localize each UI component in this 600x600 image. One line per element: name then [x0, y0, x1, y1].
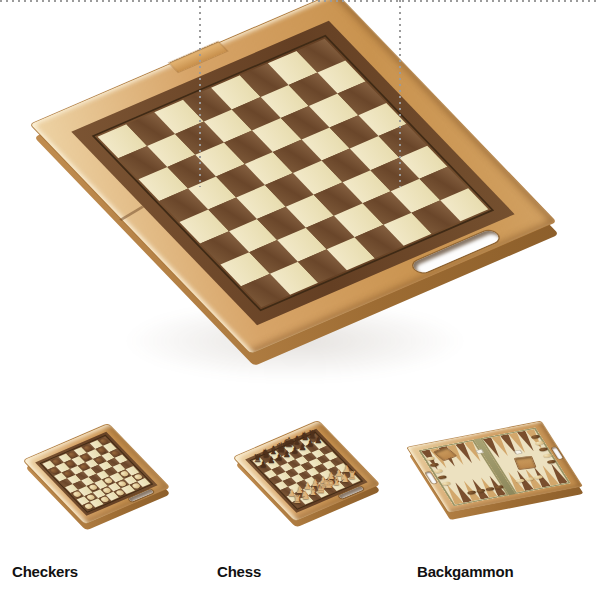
thumbnail-label-chess: Chess — [217, 563, 261, 580]
chess-piece-black-p: ♟ — [291, 446, 299, 455]
chess-piece-black-p: ♟ — [267, 457, 275, 466]
thumbnail-chess[interactable]: ♜♞♝♛♚♝♞♜♟♟♟♟♟♟♟♟♟♟♟♟♟♟♟♟♜♞♝♛♚♝♞♜ Chess — [200, 405, 399, 600]
horizontal-divider — [0, 0, 600, 2]
product-image-page: Checkers ♜♞♝♛♚♝♞♜♟♟♟♟♟♟♟♟♟♟♟♟♟♟♟♟♜♞♝♛♚♝♞… — [0, 0, 600, 600]
thumbnail-label-backgammon: Backgammon — [417, 563, 513, 580]
backgammon-board-photo — [400, 405, 600, 565]
vertical-divider-1 — [199, 0, 201, 187]
thumbnail-label-checkers: Checkers — [12, 563, 78, 580]
chess-piece-black-p: ♟ — [314, 436, 322, 445]
thumbnail-checkers[interactable]: Checkers — [0, 405, 199, 600]
thumbnail-backgammon[interactable]: Backgammon — [400, 405, 599, 600]
chess-piece-black-p: ♟ — [283, 450, 291, 459]
chess-piece-black-p: ♟ — [259, 460, 267, 469]
chess-board-photo: ♜♞♝♛♚♝♞♜♟♟♟♟♟♟♟♟♟♟♟♟♟♟♟♟♜♞♝♛♚♝♞♜ — [200, 405, 399, 565]
checkers-board-photo — [0, 405, 199, 565]
chess-piece-black-p: ♟ — [306, 440, 314, 449]
game-board-tray — [22, 423, 171, 525]
chess-piece-black-p: ♟ — [275, 453, 283, 462]
main-product-photo[interactable] — [0, 0, 600, 397]
chess-piece-black-p: ♟ — [298, 443, 306, 452]
fold-seam — [119, 206, 143, 221]
chess-piece-white-r: ♜ — [293, 494, 302, 505]
vertical-divider-2 — [399, 0, 401, 187]
